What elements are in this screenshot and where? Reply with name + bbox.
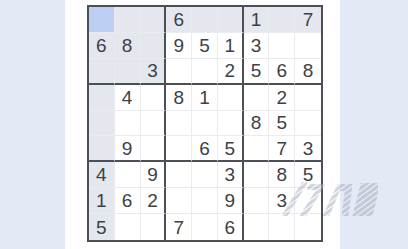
- given-digit: 3: [251, 36, 262, 55]
- cell-r7c3[interactable]: 9: [141, 162, 167, 188]
- given-digit: 3: [224, 165, 235, 184]
- cell-r9c3[interactable]: [141, 214, 167, 240]
- given-digit: 8: [303, 61, 314, 80]
- cell-r3c9[interactable]: 8: [295, 59, 321, 85]
- given-digit: 6: [199, 139, 210, 158]
- cell-r6c7[interactable]: [244, 136, 270, 162]
- cell-r7c7[interactable]: [244, 162, 270, 188]
- cell-r4c3[interactable]: [141, 85, 167, 111]
- cell-r4c1[interactable]: [89, 85, 115, 111]
- given-digit: 8: [173, 88, 184, 107]
- cell-r2c7[interactable]: 3: [244, 33, 270, 59]
- cell-r4c8[interactable]: 2: [269, 85, 295, 111]
- cell-r1c7[interactable]: 1: [244, 7, 270, 33]
- cell-r8c9[interactable]: [295, 188, 321, 214]
- cell-r5c9[interactable]: [295, 111, 321, 137]
- given-digit: 1: [224, 36, 235, 55]
- cell-r3c1[interactable]: [89, 59, 115, 85]
- given-digit: 6: [277, 61, 288, 80]
- given-digit: 7: [173, 218, 184, 237]
- given-digit: 9: [173, 36, 184, 55]
- cell-r3c5[interactable]: [192, 59, 218, 85]
- given-digit: 2: [224, 61, 235, 80]
- cell-r1c4[interactable]: 6: [166, 7, 192, 33]
- cell-r7c2[interactable]: [115, 162, 141, 188]
- given-digit: 8: [251, 113, 262, 132]
- given-digit: 5: [277, 113, 288, 132]
- given-digit: 1: [96, 191, 107, 210]
- cell-r1c6[interactable]: [218, 7, 244, 33]
- page-margin-left: [0, 0, 65, 249]
- given-digit: 3: [147, 61, 158, 80]
- cell-r4c6[interactable]: [218, 85, 244, 111]
- cell-r6c6[interactable]: 5: [218, 136, 244, 162]
- cell-r7c6[interactable]: 3: [218, 162, 244, 188]
- cell-r5c3[interactable]: [141, 111, 167, 137]
- cell-r9c8[interactable]: [269, 214, 295, 240]
- cell-r5c2[interactable]: [115, 111, 141, 137]
- given-digit: 4: [96, 165, 107, 184]
- cell-r6c5[interactable]: 6: [192, 136, 218, 162]
- cell-r3c7[interactable]: 5: [244, 59, 270, 85]
- cell-r1c9[interactable]: 7: [295, 7, 321, 33]
- given-digit: 7: [303, 10, 314, 29]
- cell-r2c9[interactable]: [295, 33, 321, 59]
- cell-r5c1[interactable]: [89, 111, 115, 137]
- given-digit: 8: [277, 165, 288, 184]
- given-digit: 6: [173, 10, 184, 29]
- cell-r4c4[interactable]: 8: [166, 85, 192, 111]
- cell-r6c9[interactable]: 3: [295, 136, 321, 162]
- cell-r5c7[interactable]: 8: [244, 111, 270, 137]
- cell-r8c1[interactable]: 1: [89, 188, 115, 214]
- cell-r1c8[interactable]: [269, 7, 295, 33]
- cell-r1c5[interactable]: [192, 7, 218, 33]
- given-digit: 1: [199, 88, 210, 107]
- given-digit: 5: [199, 36, 210, 55]
- cell-r7c4[interactable]: [166, 162, 192, 188]
- given-digit: 9: [122, 139, 133, 158]
- cell-r5c4[interactable]: [166, 111, 192, 137]
- given-digit: 6: [122, 191, 133, 210]
- cell-r2c4[interactable]: 9: [166, 33, 192, 59]
- cell-r5c5[interactable]: [192, 111, 218, 137]
- cell-r2c3[interactable]: [141, 33, 167, 59]
- cell-r4c9[interactable]: [295, 85, 321, 111]
- cell-r9c7[interactable]: [244, 214, 270, 240]
- cell-r3c3[interactable]: 3: [141, 59, 167, 85]
- given-digit: 4: [122, 88, 133, 107]
- cell-r4c7[interactable]: [244, 85, 270, 111]
- given-digit: 5: [224, 139, 235, 158]
- cell-r8c6[interactable]: 9: [218, 188, 244, 214]
- cell-r8c3[interactable]: 2: [141, 188, 167, 214]
- given-digit: 6: [224, 218, 235, 237]
- given-digit: 6: [96, 36, 107, 55]
- cell-r3c2[interactable]: [115, 59, 141, 85]
- cell-r3c4[interactable]: [166, 59, 192, 85]
- cell-r3c6[interactable]: 2: [218, 59, 244, 85]
- given-digit: 7: [277, 139, 288, 158]
- page-margin-right: [340, 0, 408, 249]
- cell-r1c3[interactable]: [141, 7, 167, 33]
- cell-r7c1[interactable]: 4: [89, 162, 115, 188]
- cell-r2c5[interactable]: 5: [192, 33, 218, 59]
- cell-r1c1[interactable]: [89, 7, 115, 33]
- cell-r6c2[interactable]: 9: [115, 136, 141, 162]
- cell-r9c5[interactable]: [192, 214, 218, 240]
- cell-r6c8[interactable]: 7: [269, 136, 295, 162]
- cell-r2c6[interactable]: 1: [218, 33, 244, 59]
- given-digit: 8: [122, 36, 133, 55]
- cell-r6c4[interactable]: [166, 136, 192, 162]
- cell-r8c5[interactable]: [192, 188, 218, 214]
- cell-r7c8[interactable]: 8: [269, 162, 295, 188]
- cell-r8c7[interactable]: [244, 188, 270, 214]
- cell-r8c2[interactable]: 6: [115, 188, 141, 214]
- cell-r6c1[interactable]: [89, 136, 115, 162]
- cell-r3c8[interactable]: 6: [269, 59, 295, 85]
- cell-r2c1[interactable]: 6: [89, 33, 115, 59]
- sudoku-app-screen: 61768951332568481285965734938516293576: [0, 0, 408, 249]
- cell-r9c4[interactable]: 7: [166, 214, 192, 240]
- cell-r5c8[interactable]: 5: [269, 111, 295, 137]
- cell-r8c4[interactable]: [166, 188, 192, 214]
- cell-r7c5[interactable]: [192, 162, 218, 188]
- given-digit: 3: [303, 139, 314, 158]
- given-digit: 9: [224, 191, 235, 210]
- cell-r9c6[interactable]: 6: [218, 214, 244, 240]
- cell-r1c2[interactable]: [115, 7, 141, 33]
- cell-r8c8[interactable]: 3: [269, 188, 295, 214]
- given-digit: 2: [147, 191, 158, 210]
- given-digit: 5: [251, 61, 262, 80]
- cell-r9c1[interactable]: 5: [89, 214, 115, 240]
- cell-r9c9[interactable]: [295, 214, 321, 240]
- cell-r4c5[interactable]: 1: [192, 85, 218, 111]
- given-digit: 1: [251, 10, 262, 29]
- cell-r9c2[interactable]: [115, 214, 141, 240]
- cell-r6c3[interactable]: [141, 136, 167, 162]
- cell-r4c2[interactable]: 4: [115, 85, 141, 111]
- given-digit: 9: [147, 165, 158, 184]
- cell-r2c8[interactable]: [269, 33, 295, 59]
- sudoku-board: 61768951332568481285965734938516293576: [87, 5, 323, 242]
- cell-r7c9[interactable]: 5: [295, 162, 321, 188]
- given-digit: 2: [277, 88, 288, 107]
- given-digit: 3: [277, 191, 288, 210]
- cell-r5c6[interactable]: [218, 111, 244, 137]
- given-digit: 5: [96, 218, 107, 237]
- cell-r2c2[interactable]: 8: [115, 33, 141, 59]
- given-digit: 5: [303, 165, 314, 184]
